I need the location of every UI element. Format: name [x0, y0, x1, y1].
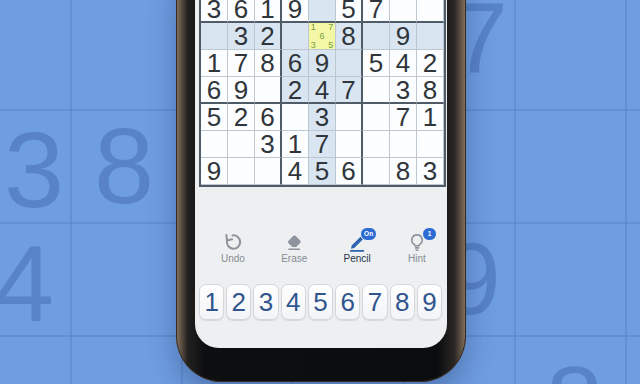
sudoku-cell[interactable]: 5: [336, 0, 363, 23]
numpad-key-4[interactable]: 4: [281, 284, 306, 320]
bulb-icon: 1: [407, 232, 427, 252]
numpad-key-2[interactable]: 2: [226, 284, 251, 320]
sudoku-cell[interactable]: 3: [201, 0, 228, 23]
pencil-note-digit: 6: [318, 32, 327, 41]
pencil-label: Pencil: [344, 254, 371, 264]
background-faint-digit: 8: [94, 112, 154, 220]
sudoku-cell[interactable]: [282, 23, 309, 50]
sudoku-cell[interactable]: 2: [228, 104, 255, 131]
sudoku-cell[interactable]: [363, 131, 390, 158]
numpad-key-6[interactable]: 6: [335, 284, 360, 320]
sudoku-cell[interactable]: [363, 104, 390, 131]
sudoku-cell[interactable]: 9: [282, 0, 309, 23]
phone-screen: 3619573217635891786954269247385263713179…: [195, 0, 447, 348]
sudoku-cell[interactable]: 3: [390, 77, 417, 104]
sudoku-cell[interactable]: 3: [417, 158, 444, 185]
eraser-icon: [284, 232, 304, 252]
sudoku-cell[interactable]: 9: [228, 77, 255, 104]
pencil-note-digit: 1: [309, 23, 318, 32]
sudoku-cell[interactable]: 3: [228, 23, 255, 50]
undo-button[interactable]: Undo: [221, 232, 245, 264]
erase-button[interactable]: Erase: [281, 232, 307, 264]
sudoku-board: 3619573217635891786954269247385263713179…: [199, 0, 446, 187]
undo-label: Undo: [221, 254, 245, 264]
sudoku-cell[interactable]: [309, 0, 336, 23]
numpad-key-1[interactable]: 1: [199, 284, 224, 320]
sudoku-cell[interactable]: 8: [255, 50, 282, 77]
sudoku-cell[interactable]: [417, 131, 444, 158]
sudoku-cell[interactable]: 8: [390, 158, 417, 185]
background-grid-line: [70, 0, 72, 384]
hint-badge: 1: [422, 227, 437, 241]
numpad-key-9[interactable]: 9: [417, 284, 442, 320]
sudoku-cell[interactable]: 1: [201, 50, 228, 77]
sudoku-cell[interactable]: 7: [228, 50, 255, 77]
sudoku-cell[interactable]: 1: [255, 0, 282, 23]
sudoku-cell[interactable]: 5: [309, 158, 336, 185]
sudoku-cell[interactable]: 4: [309, 77, 336, 104]
sudoku-cell[interactable]: [228, 158, 255, 185]
sudoku-cell[interactable]: 8: [417, 77, 444, 104]
sudoku-cell[interactable]: 9: [309, 50, 336, 77]
sudoku-cell[interactable]: 1: [282, 131, 309, 158]
sudoku-cell[interactable]: [390, 0, 417, 23]
sudoku-cell[interactable]: [201, 23, 228, 50]
background-faint-digit: 8: [546, 352, 603, 384]
background-faint-digit: 3: [4, 116, 64, 224]
sudoku-cell[interactable]: 9: [201, 158, 228, 185]
sudoku-cell[interactable]: [417, 0, 444, 23]
sudoku-cell[interactable]: 1: [417, 104, 444, 131]
sudoku-cell[interactable]: [336, 104, 363, 131]
phone-frame: 3619573217635891786954269247385263713179…: [176, 0, 466, 382]
sudoku-cell[interactable]: 5: [363, 50, 390, 77]
hint-button[interactable]: 1Hint: [407, 232, 427, 264]
background-grid-line: [625, 0, 627, 384]
sudoku-cell[interactable]: 6: [282, 50, 309, 77]
background-faint-digit: 4: [0, 230, 54, 338]
sudoku-cell[interactable]: 4: [390, 50, 417, 77]
sudoku-cell[interactable]: 6: [228, 0, 255, 23]
sudoku-cell[interactable]: [201, 131, 228, 158]
background-grid-line: [514, 0, 516, 384]
sudoku-cell[interactable]: 9: [390, 23, 417, 50]
sudoku-cell[interactable]: 2: [417, 50, 444, 77]
pencil-badge: On: [360, 227, 377, 241]
sudoku-cell-selected[interactable]: 17635: [309, 23, 336, 50]
pencil-button[interactable]: OnPencil: [344, 232, 371, 264]
sudoku-cell[interactable]: 7: [390, 104, 417, 131]
sudoku-cell[interactable]: [255, 158, 282, 185]
sudoku-cell[interactable]: 4: [282, 158, 309, 185]
numpad-key-3[interactable]: 3: [253, 284, 278, 320]
pencil-note-digit: 7: [326, 23, 335, 32]
sudoku-cell[interactable]: [417, 23, 444, 50]
sudoku-cell[interactable]: 7: [309, 131, 336, 158]
numpad: 123456789: [199, 284, 442, 320]
sudoku-cell[interactable]: [363, 23, 390, 50]
numpad-key-7[interactable]: 7: [362, 284, 387, 320]
erase-label: Erase: [281, 254, 307, 264]
sudoku-cell[interactable]: 7: [336, 77, 363, 104]
sudoku-cell[interactable]: 8: [336, 23, 363, 50]
sudoku-cell[interactable]: 5: [201, 104, 228, 131]
sudoku-cell[interactable]: 7: [363, 0, 390, 23]
sudoku-cell[interactable]: 3: [255, 131, 282, 158]
sudoku-cell[interactable]: 3: [309, 104, 336, 131]
toolbar: UndoEraseOnPencil1Hint: [195, 232, 447, 270]
sudoku-cell[interactable]: [390, 131, 417, 158]
pencil-icon: On: [347, 232, 367, 252]
sudoku-cell[interactable]: [336, 131, 363, 158]
sudoku-cell[interactable]: 6: [201, 77, 228, 104]
numpad-key-5[interactable]: 5: [308, 284, 333, 320]
sudoku-cell[interactable]: [282, 104, 309, 131]
sudoku-cell[interactable]: 2: [255, 23, 282, 50]
sudoku-cell[interactable]: 6: [255, 104, 282, 131]
hint-label: Hint: [408, 254, 426, 264]
pencil-notes: 17635: [309, 23, 335, 49]
numpad-key-8[interactable]: 8: [390, 284, 415, 320]
sudoku-cell[interactable]: [228, 131, 255, 158]
sudoku-cell[interactable]: 6: [336, 158, 363, 185]
sudoku-cell[interactable]: [255, 77, 282, 104]
sudoku-cell[interactable]: [336, 50, 363, 77]
sudoku-cell[interactable]: 2: [282, 77, 309, 104]
undo-icon: [223, 232, 243, 252]
sudoku-cell[interactable]: [363, 77, 390, 104]
sudoku-cell[interactable]: [363, 158, 390, 185]
